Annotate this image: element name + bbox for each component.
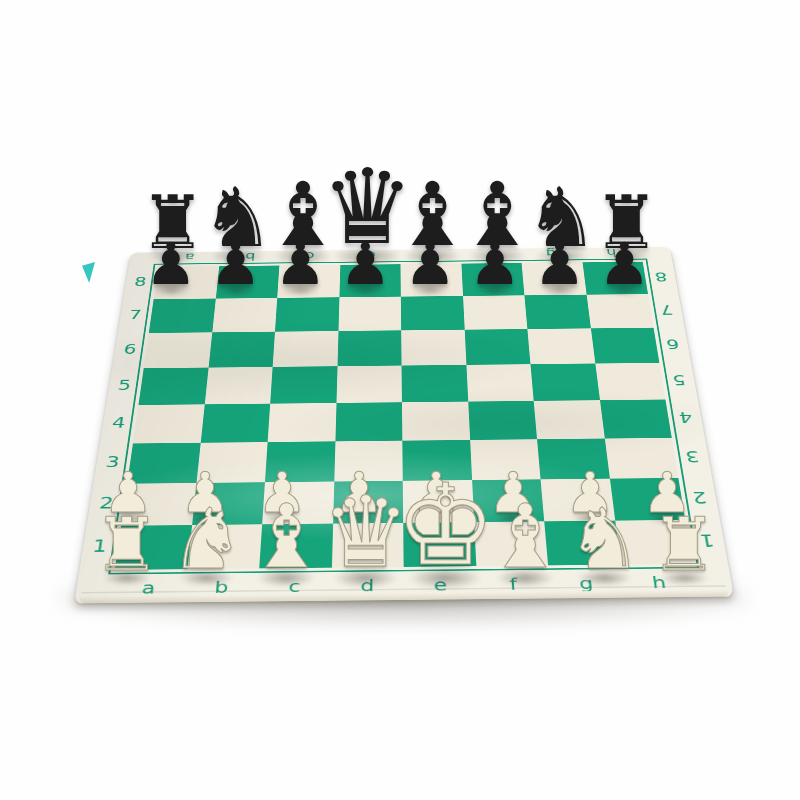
square-e6[interactable] [401, 330, 466, 366]
square-a5[interactable] [138, 368, 208, 405]
square-h6[interactable] [590, 328, 659, 364]
square-f6[interactable] [464, 329, 530, 365]
square-h4[interactable] [600, 400, 672, 439]
white-rook-a1[interactable]: ♜ [94, 507, 160, 581]
square-d4[interactable] [335, 402, 402, 441]
black-pawn-d7[interactable]: ♟ [339, 235, 391, 293]
square-f7[interactable] [463, 295, 528, 329]
white-rook-h1[interactable]: ♜ [651, 507, 717, 581]
square-a7[interactable] [149, 299, 216, 333]
product-photo-scene: 8877665544332211aabbccddeeffgghh ♜♞♝♛♝♝♞… [0, 0, 800, 800]
square-c7[interactable] [275, 297, 339, 331]
square-d6[interactable] [337, 330, 401, 366]
black-pawn-c7[interactable]: ♟ [275, 235, 327, 293]
white-knight-g1[interactable]: ♞ [567, 497, 642, 581]
square-g4[interactable] [534, 400, 605, 439]
square-b6[interactable] [208, 332, 275, 368]
square-g7[interactable] [524, 295, 590, 329]
square-a4[interactable] [133, 404, 204, 443]
square-h5[interactable] [595, 363, 666, 400]
square-g6[interactable] [527, 328, 595, 364]
square-c5[interactable] [270, 366, 337, 403]
square-b5[interactable] [204, 367, 272, 404]
square-b7[interactable] [212, 298, 277, 332]
square-c4[interactable] [268, 403, 336, 442]
white-bishop-f1[interactable]: ♝ [486, 493, 565, 581]
black-pawn-g7[interactable]: ♟ [534, 235, 586, 293]
black-pawn-h7[interactable]: ♟ [599, 235, 651, 293]
square-b4[interactable] [200, 404, 270, 443]
square-a6[interactable] [144, 332, 212, 368]
square-c6[interactable] [273, 331, 338, 367]
square-f5[interactable] [466, 364, 534, 401]
square-e4[interactable] [402, 402, 470, 441]
black-pawn-f7[interactable]: ♟ [469, 235, 521, 293]
white-knight-b1[interactable]: ♞ [169, 497, 244, 581]
square-g5[interactable] [530, 364, 599, 401]
black-pawn-a7[interactable]: ♟ [145, 235, 197, 293]
square-d7[interactable] [338, 297, 401, 331]
black-pawn-b7[interactable]: ♟ [210, 235, 262, 293]
square-e7[interactable] [401, 296, 464, 330]
sticker-tag [82, 262, 95, 283]
white-bishop-c1[interactable]: ♝ [247, 493, 326, 581]
square-f4[interactable] [468, 401, 537, 440]
black-pawn-e7[interactable]: ♟ [404, 235, 456, 293]
white-king-e1[interactable]: ♚ [395, 469, 495, 581]
square-h7[interactable] [586, 294, 653, 328]
square-e5[interactable] [402, 365, 468, 402]
square-d5[interactable] [336, 366, 402, 403]
